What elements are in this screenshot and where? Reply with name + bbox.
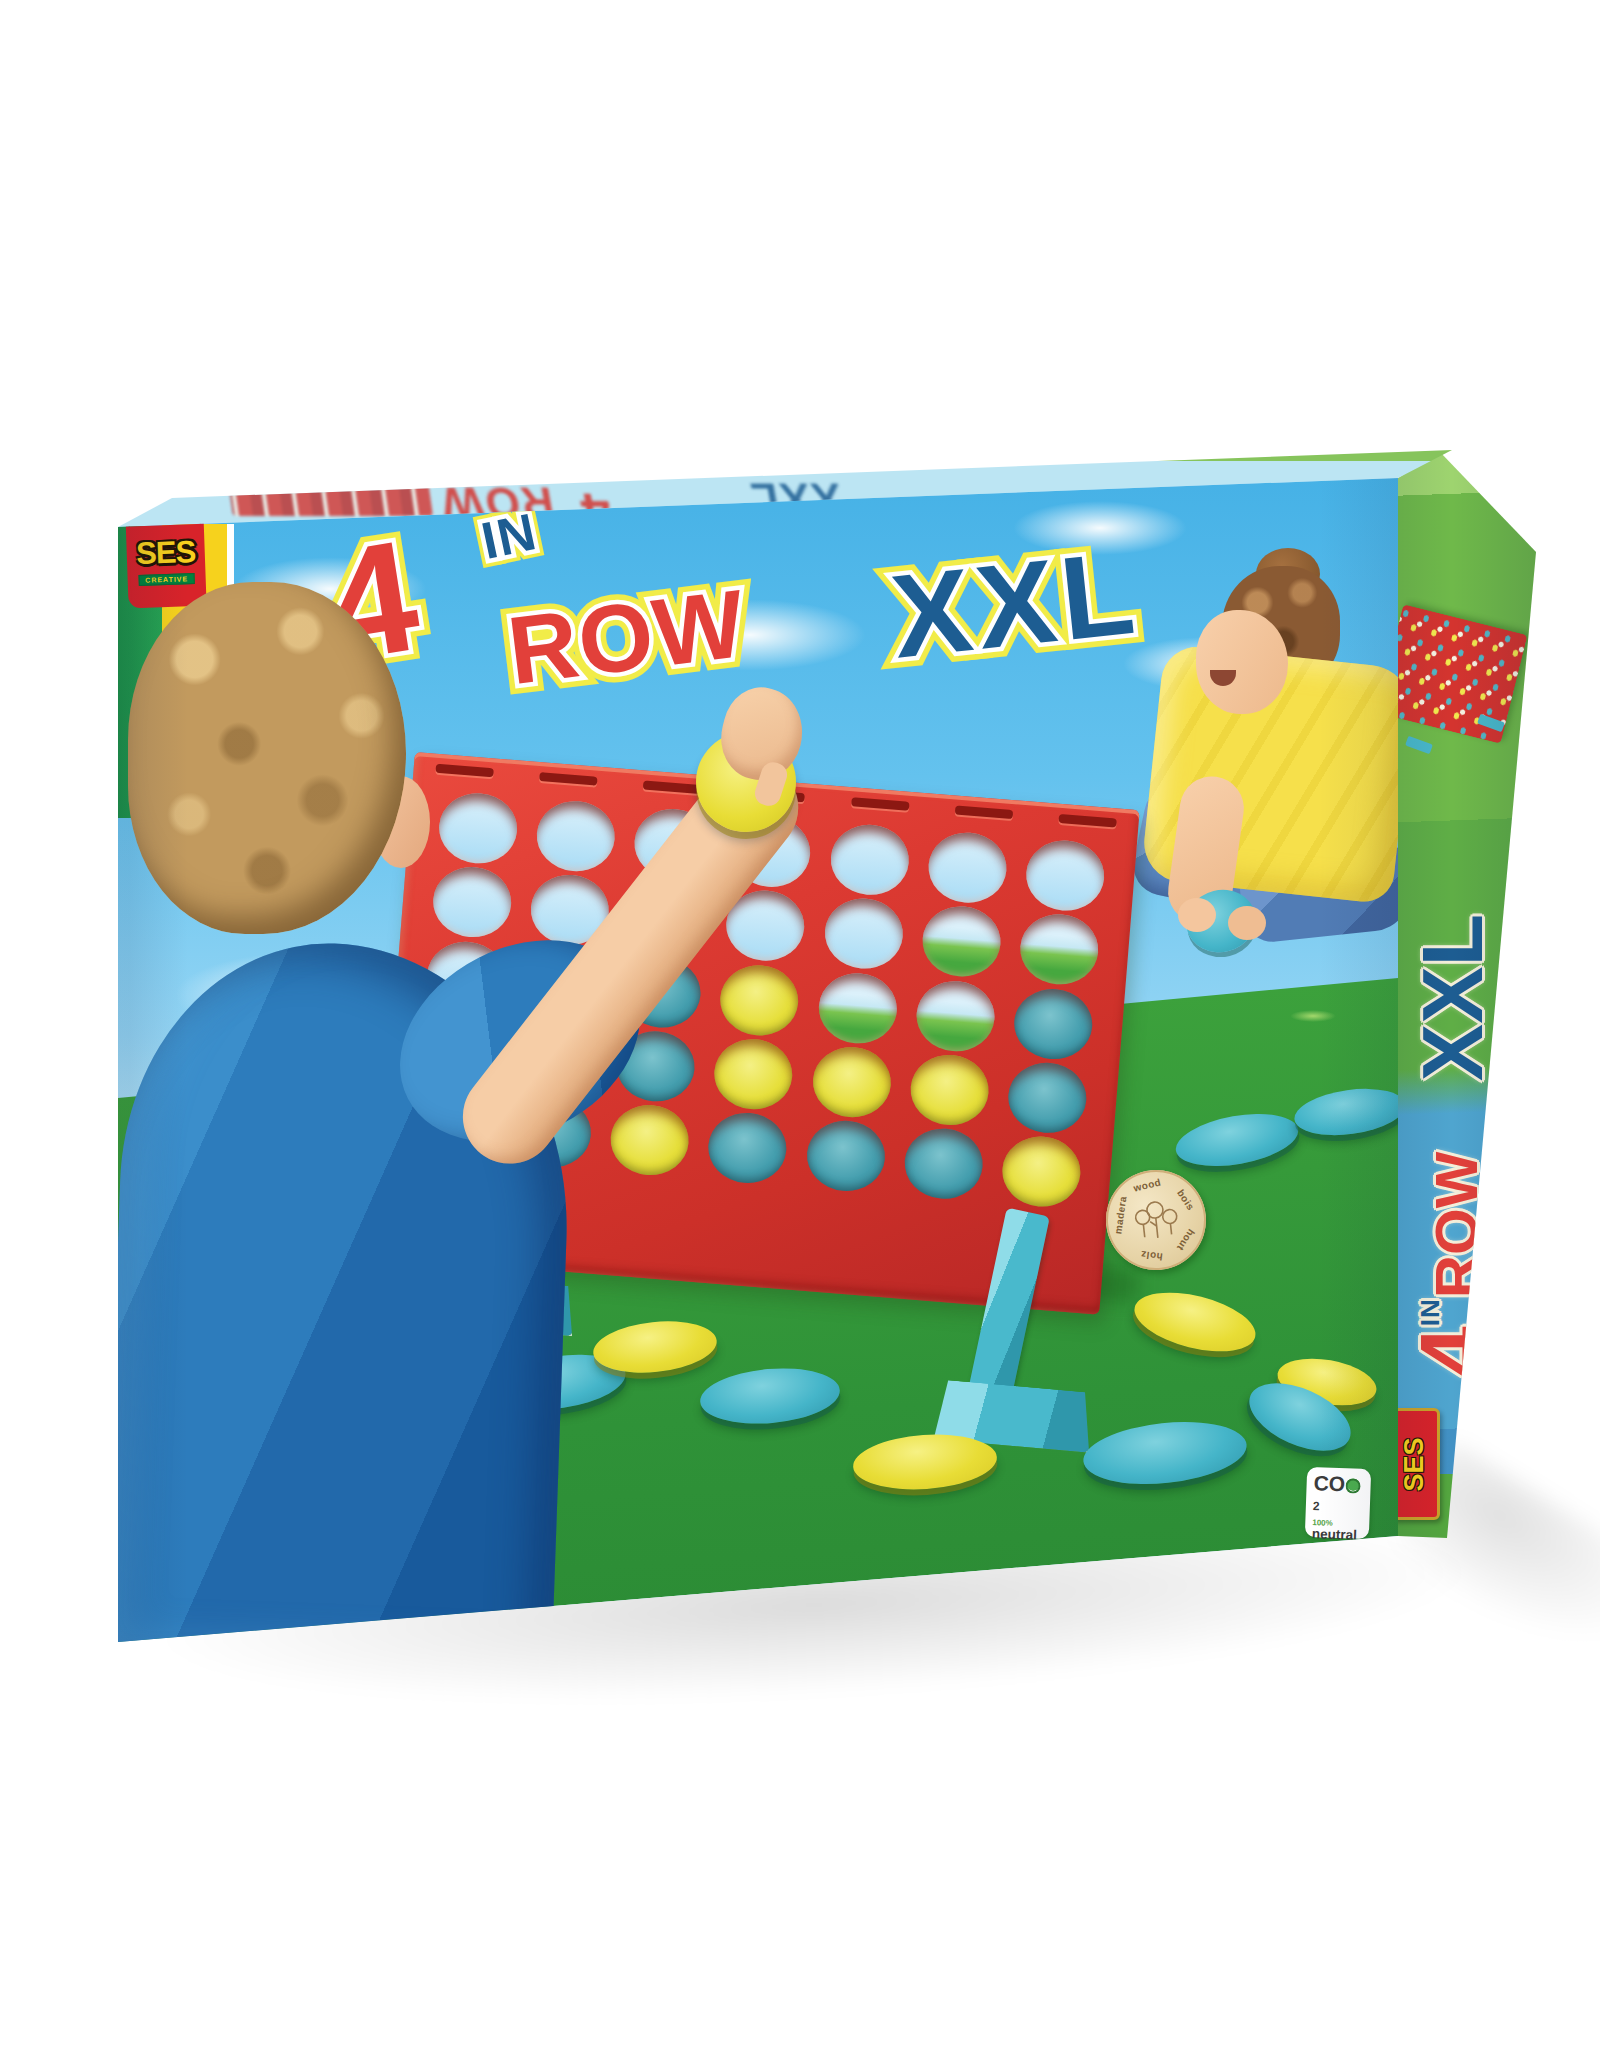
board-cell-r2c6-empty — [920, 904, 1003, 980]
board-cell-r5c3-yellow-disc — [810, 1044, 893, 1120]
ses-logo-subtext: CREATIVE — [138, 573, 195, 586]
co2-text: CO2 — [1313, 1473, 1366, 1518]
box-front-panel: SES CREATIVE ® 4 IN ROW XXL — [110, 470, 1410, 1650]
ses-logo: SES CREATIVE — [128, 515, 203, 605]
girl-hand — [1228, 906, 1266, 940]
wood-word: wood — [1132, 1176, 1162, 1193]
board-cell-r3c4-yellow-disc — [718, 962, 801, 1038]
co2-neutral-badge: CO2 100% neutral — [1305, 1467, 1371, 1539]
ses-logo-text: SES — [136, 534, 196, 572]
girl-hand — [1178, 898, 1216, 932]
girl-face — [1196, 610, 1288, 714]
board-cell-r6c5-teal-disc — [902, 1126, 985, 1202]
board-cell-r2c7-empty — [1017, 912, 1100, 988]
board-cell-r1c1-empty — [436, 790, 519, 866]
board-cell-r1c5-empty — [828, 822, 911, 898]
board-slot-3 — [643, 780, 702, 794]
board-cell-r1c6-empty — [926, 830, 1009, 906]
board-cell-r6c3-teal-disc — [706, 1110, 789, 1186]
board-cell-r2c5-empty — [822, 896, 905, 972]
board-cell-r1c7-empty — [1023, 838, 1106, 914]
board-cell-r2c1-empty — [430, 865, 513, 941]
board-cell-r3c5-empty — [816, 970, 899, 1046]
title-row: ROW — [502, 568, 751, 706]
board-slot-7 — [1058, 814, 1117, 828]
wood-word: holz — [1140, 1249, 1163, 1263]
co2-two: 2 — [1313, 1499, 1320, 1513]
board-cell-r6c6-yellow-disc — [1000, 1134, 1083, 1210]
grass-tuft — [1290, 1010, 1336, 1022]
product-box-photo: ROW 4 XXL XXL 4INROW SES SES — [0, 0, 1600, 2048]
mirrored-board-graphic — [227, 474, 433, 516]
board-slot-1 — [435, 764, 494, 778]
co2-co: CO — [1313, 1471, 1345, 1495]
box-side-panel: XXL 4INROW SES — [1380, 440, 1560, 1560]
board-cell-r6c2-yellow-disc — [608, 1103, 691, 1179]
boy-hair — [128, 582, 406, 934]
board-cell-r1c2-empty — [534, 798, 617, 874]
title-xxl: XXL — [886, 523, 1146, 684]
board-slot-5 — [851, 797, 910, 811]
board-cell-r5c5-teal-disc — [1006, 1060, 1089, 1136]
board-cell-r5c2-yellow-disc — [712, 1036, 795, 1112]
wood-word: madera — [1112, 1195, 1128, 1235]
board-cell-r5c4-yellow-disc — [908, 1052, 991, 1128]
tree-icon — [1345, 1478, 1361, 1494]
board-cell-r4c3-teal-disc — [1011, 986, 1094, 1062]
board-cell-r6c4-teal-disc — [804, 1118, 887, 1194]
board-slot-2 — [539, 772, 598, 786]
side-panel-shading — [1380, 440, 1560, 1560]
board-slot-6 — [955, 805, 1014, 819]
tree-icons — [1128, 1195, 1184, 1244]
board-cell-r4c2-empty — [914, 978, 997, 1054]
